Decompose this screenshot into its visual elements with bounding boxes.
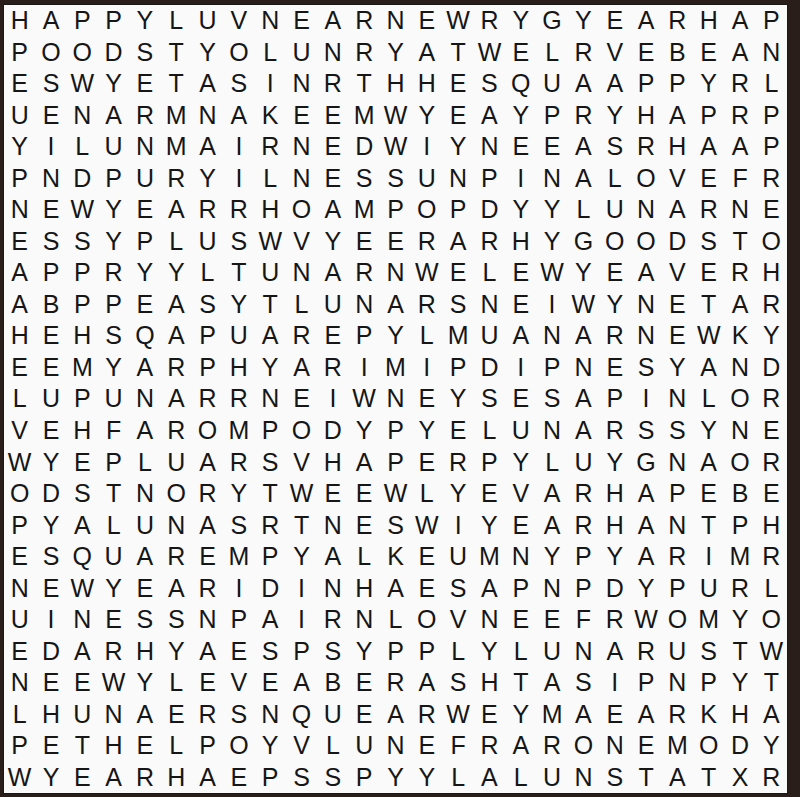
grid-cell[interactable]: Y — [693, 68, 724, 100]
grid-cell[interactable]: S — [286, 761, 317, 793]
grid-cell[interactable]: R — [662, 541, 693, 573]
grid-cell[interactable]: E — [693, 37, 724, 69]
grid-cell[interactable]: A — [568, 163, 599, 195]
grid-cell[interactable]: S — [442, 289, 473, 321]
grid-cell[interactable]: E — [474, 478, 505, 510]
grid-cell[interactable]: S — [380, 163, 411, 195]
grid-cell[interactable]: R — [161, 541, 192, 573]
grid-cell[interactable]: Y — [129, 667, 160, 699]
grid-cell[interactable]: D — [35, 478, 66, 510]
grid-cell[interactable]: U — [192, 5, 223, 37]
grid-cell[interactable]: A — [98, 100, 129, 132]
grid-cell[interactable]: S — [35, 541, 66, 573]
grid-cell[interactable]: Y — [98, 68, 129, 100]
grid-cell[interactable]: L — [442, 761, 473, 793]
grid-cell[interactable]: A — [286, 667, 317, 699]
grid-cell[interactable]: K — [380, 541, 411, 573]
grid-cell[interactable]: N — [380, 257, 411, 289]
grid-cell[interactable]: R — [223, 194, 254, 226]
grid-cell[interactable]: E — [129, 194, 160, 226]
grid-cell[interactable]: E — [599, 698, 630, 730]
grid-cell[interactable]: L — [98, 509, 129, 541]
grid-cell[interactable]: A — [474, 761, 505, 793]
grid-cell[interactable]: N — [630, 194, 661, 226]
grid-cell[interactable]: L — [505, 761, 536, 793]
grid-cell[interactable]: Y — [380, 320, 411, 352]
grid-cell[interactable]: A — [630, 478, 661, 510]
grid-cell[interactable]: W — [4, 761, 35, 793]
grid-cell[interactable]: P — [67, 383, 98, 415]
grid-cell[interactable]: O — [724, 446, 755, 478]
grid-cell[interactable]: R — [568, 478, 599, 510]
grid-cell[interactable]: W — [380, 478, 411, 510]
grid-cell[interactable]: O — [286, 415, 317, 447]
grid-cell[interactable]: P — [35, 257, 66, 289]
grid-cell[interactable]: N — [129, 478, 160, 510]
grid-cell[interactable]: N — [568, 635, 599, 667]
grid-cell[interactable]: W — [693, 320, 724, 352]
grid-cell[interactable]: W — [67, 194, 98, 226]
grid-cell[interactable]: L — [411, 478, 442, 510]
grid-cell[interactable]: I — [536, 289, 567, 321]
grid-cell[interactable]: P — [129, 226, 160, 258]
grid-cell[interactable]: N — [568, 352, 599, 384]
grid-cell[interactable]: U — [35, 383, 66, 415]
grid-cell[interactable]: P — [568, 541, 599, 573]
grid-cell[interactable]: B — [662, 37, 693, 69]
grid-cell[interactable]: U — [161, 446, 192, 478]
grid-cell[interactable]: R — [630, 635, 661, 667]
grid-cell[interactable]: L — [349, 541, 380, 573]
grid-cell[interactable]: P — [693, 100, 724, 132]
grid-cell[interactable]: A — [317, 194, 348, 226]
grid-cell[interactable]: N — [474, 604, 505, 636]
grid-cell[interactable]: N — [255, 5, 286, 37]
grid-cell[interactable]: E — [756, 415, 787, 447]
grid-cell[interactable]: E — [536, 131, 567, 163]
grid-cell[interactable]: Y — [223, 478, 254, 510]
grid-cell[interactable]: L — [129, 446, 160, 478]
grid-cell[interactable]: L — [317, 730, 348, 762]
grid-cell[interactable]: S — [35, 226, 66, 258]
grid-cell[interactable]: H — [35, 698, 66, 730]
grid-cell[interactable]: P — [380, 194, 411, 226]
grid-cell[interactable]: A — [317, 541, 348, 573]
grid-cell[interactable]: H — [630, 100, 661, 132]
grid-cell[interactable]: A — [380, 289, 411, 321]
grid-cell[interactable]: E — [349, 478, 380, 510]
grid-cell[interactable]: U — [442, 541, 473, 573]
grid-cell[interactable]: N — [380, 730, 411, 762]
grid-cell[interactable]: R — [317, 68, 348, 100]
grid-cell[interactable]: G — [568, 226, 599, 258]
grid-cell[interactable]: E — [4, 226, 35, 258]
grid-cell[interactable]: L — [286, 289, 317, 321]
grid-cell[interactable]: U — [536, 635, 567, 667]
grid-cell[interactable]: N — [317, 509, 348, 541]
grid-cell[interactable]: D — [349, 131, 380, 163]
grid-cell[interactable]: L — [67, 131, 98, 163]
grid-cell[interactable]: N — [474, 131, 505, 163]
grid-cell[interactable]: E — [35, 572, 66, 604]
grid-cell[interactable]: I — [35, 604, 66, 636]
grid-cell[interactable]: N — [255, 383, 286, 415]
grid-cell[interactable]: R — [662, 5, 693, 37]
grid-cell[interactable]: E — [442, 68, 473, 100]
grid-cell[interactable]: E — [317, 163, 348, 195]
grid-cell[interactable]: O — [568, 730, 599, 762]
grid-cell[interactable]: P — [630, 667, 661, 699]
grid-cell[interactable]: W — [568, 289, 599, 321]
grid-cell[interactable]: R — [161, 415, 192, 447]
grid-cell[interactable]: F — [98, 415, 129, 447]
grid-cell[interactable]: U — [317, 698, 348, 730]
grid-cell[interactable]: F — [724, 163, 755, 195]
grid-cell[interactable]: Q — [67, 541, 98, 573]
grid-cell[interactable]: Y — [599, 289, 630, 321]
grid-cell[interactable]: W — [286, 478, 317, 510]
grid-cell[interactable]: N — [129, 131, 160, 163]
grid-cell[interactable]: Q — [505, 68, 536, 100]
grid-cell[interactable]: P — [662, 478, 693, 510]
grid-cell[interactable]: U — [536, 761, 567, 793]
grid-cell[interactable]: O — [693, 730, 724, 762]
grid-cell[interactable]: H — [756, 257, 787, 289]
grid-cell[interactable]: M — [724, 541, 755, 573]
grid-cell[interactable]: L — [693, 383, 724, 415]
grid-cell[interactable]: R — [724, 100, 755, 132]
grid-cell[interactable]: N — [380, 5, 411, 37]
grid-cell[interactable]: O — [161, 478, 192, 510]
grid-cell[interactable]: Y — [536, 226, 567, 258]
grid-cell[interactable]: R — [192, 478, 223, 510]
grid-cell[interactable]: Y — [98, 572, 129, 604]
grid-cell[interactable]: O — [4, 478, 35, 510]
grid-cell[interactable]: M — [442, 320, 473, 352]
grid-cell[interactable]: E — [35, 100, 66, 132]
grid-cell[interactable]: A — [286, 352, 317, 384]
grid-cell[interactable]: T — [693, 761, 724, 793]
grid-cell[interactable]: P — [568, 572, 599, 604]
grid-cell[interactable]: Y — [599, 100, 630, 132]
grid-cell[interactable]: I — [349, 352, 380, 384]
grid-cell[interactable]: O — [223, 730, 254, 762]
grid-cell[interactable]: E — [599, 5, 630, 37]
grid-cell[interactable]: U — [505, 415, 536, 447]
grid-cell[interactable]: P — [411, 635, 442, 667]
grid-cell[interactable]: Y — [630, 572, 661, 604]
grid-cell[interactable]: A — [411, 37, 442, 69]
grid-cell[interactable]: N — [192, 604, 223, 636]
grid-cell[interactable]: W — [380, 100, 411, 132]
grid-cell[interactable]: R — [474, 226, 505, 258]
grid-cell[interactable]: H — [724, 698, 755, 730]
grid-cell[interactable]: D — [474, 194, 505, 226]
grid-cell[interactable]: L — [411, 320, 442, 352]
grid-cell[interactable]: A — [192, 131, 223, 163]
grid-cell[interactable]: V — [223, 667, 254, 699]
grid-cell[interactable]: E — [662, 320, 693, 352]
grid-cell[interactable]: E — [67, 667, 98, 699]
grid-cell[interactable]: E — [286, 5, 317, 37]
grid-cell[interactable]: Y — [411, 100, 442, 132]
grid-cell[interactable]: E — [129, 572, 160, 604]
grid-cell[interactable]: E — [129, 289, 160, 321]
grid-cell[interactable]: U — [568, 446, 599, 478]
grid-cell[interactable]: E — [505, 289, 536, 321]
grid-cell[interactable]: E — [411, 383, 442, 415]
grid-cell[interactable]: S — [161, 604, 192, 636]
grid-cell[interactable]: D — [98, 37, 129, 69]
grid-cell[interactable]: L — [442, 635, 473, 667]
grid-cell[interactable]: E — [35, 320, 66, 352]
grid-cell[interactable]: W — [536, 257, 567, 289]
grid-cell[interactable]: N — [536, 415, 567, 447]
grid-cell[interactable]: H — [599, 509, 630, 541]
grid-cell[interactable]: N — [536, 163, 567, 195]
grid-cell[interactable]: Y — [349, 415, 380, 447]
grid-cell[interactable]: A — [568, 698, 599, 730]
grid-cell[interactable]: R — [756, 383, 787, 415]
grid-cell[interactable]: E — [129, 68, 160, 100]
grid-cell[interactable]: R — [349, 37, 380, 69]
grid-cell[interactable]: W — [4, 446, 35, 478]
grid-cell[interactable]: L — [255, 37, 286, 69]
grid-cell[interactable]: P — [349, 761, 380, 793]
grid-cell[interactable]: E — [317, 320, 348, 352]
grid-cell[interactable]: I — [442, 509, 473, 541]
grid-cell[interactable]: Y — [599, 446, 630, 478]
grid-cell[interactable]: A — [662, 761, 693, 793]
grid-cell[interactable]: H — [67, 320, 98, 352]
grid-cell[interactable]: L — [380, 604, 411, 636]
grid-cell[interactable]: U — [67, 698, 98, 730]
grid-cell[interactable]: H — [411, 68, 442, 100]
grid-cell[interactable]: H — [4, 5, 35, 37]
grid-cell[interactable]: E — [192, 667, 223, 699]
grid-cell[interactable]: S — [223, 226, 254, 258]
grid-cell[interactable]: A — [161, 289, 192, 321]
grid-cell[interactable]: R — [630, 131, 661, 163]
grid-cell[interactable]: P — [380, 635, 411, 667]
grid-cell[interactable]: E — [4, 635, 35, 667]
grid-cell[interactable]: Y — [505, 698, 536, 730]
grid-cell[interactable]: S — [693, 635, 724, 667]
grid-cell[interactable]: S — [317, 761, 348, 793]
grid-cell[interactable]: R — [98, 635, 129, 667]
grid-cell[interactable]: N — [536, 320, 567, 352]
grid-cell[interactable]: U — [255, 257, 286, 289]
grid-cell[interactable]: P — [380, 415, 411, 447]
grid-cell[interactable]: E — [317, 131, 348, 163]
grid-cell[interactable]: P — [349, 320, 380, 352]
grid-cell[interactable]: U — [599, 194, 630, 226]
grid-cell[interactable]: M — [474, 541, 505, 573]
grid-cell[interactable]: Y — [98, 226, 129, 258]
grid-cell[interactable]: R — [474, 730, 505, 762]
grid-cell[interactable]: Y — [223, 289, 254, 321]
grid-cell[interactable]: E — [317, 100, 348, 132]
grid-cell[interactable]: A — [161, 320, 192, 352]
grid-cell[interactable]: P — [756, 100, 787, 132]
grid-cell[interactable]: E — [756, 478, 787, 510]
grid-cell[interactable]: W — [411, 509, 442, 541]
grid-cell[interactable]: T — [724, 635, 755, 667]
grid-cell[interactable]: U — [317, 289, 348, 321]
grid-cell[interactable]: S — [129, 604, 160, 636]
grid-cell[interactable]: R — [161, 163, 192, 195]
grid-cell[interactable]: A — [317, 5, 348, 37]
grid-cell[interactable]: E — [67, 761, 98, 793]
grid-cell[interactable]: E — [411, 572, 442, 604]
grid-cell[interactable]: N — [286, 257, 317, 289]
grid-cell[interactable]: S — [255, 635, 286, 667]
grid-cell[interactable]: N — [192, 100, 223, 132]
grid-cell[interactable]: V — [286, 730, 317, 762]
grid-cell[interactable]: A — [380, 698, 411, 730]
grid-cell[interactable]: V — [286, 446, 317, 478]
grid-cell[interactable]: W — [442, 5, 473, 37]
grid-cell[interactable]: A — [568, 68, 599, 100]
grid-cell[interactable]: W — [255, 226, 286, 258]
grid-cell[interactable]: Y — [349, 635, 380, 667]
grid-cell[interactable]: R — [756, 446, 787, 478]
grid-cell[interactable]: M — [161, 131, 192, 163]
grid-cell[interactable]: E — [4, 68, 35, 100]
grid-cell[interactable]: D — [662, 226, 693, 258]
grid-cell[interactable]: A — [67, 509, 98, 541]
grid-cell[interactable]: Y — [599, 541, 630, 573]
grid-cell[interactable]: E — [35, 352, 66, 384]
grid-cell[interactable]: A — [536, 667, 567, 699]
grid-cell[interactable]: P — [67, 289, 98, 321]
grid-cell[interactable]: P — [599, 383, 630, 415]
grid-cell[interactable]: S — [380, 509, 411, 541]
grid-cell[interactable]: N — [286, 131, 317, 163]
grid-cell[interactable]: P — [442, 194, 473, 226]
grid-cell[interactable]: Y — [380, 37, 411, 69]
grid-cell[interactable]: N — [536, 572, 567, 604]
grid-cell[interactable]: L — [161, 5, 192, 37]
grid-cell[interactable]: D — [35, 635, 66, 667]
grid-cell[interactable]: R — [317, 604, 348, 636]
grid-cell[interactable]: R — [129, 100, 160, 132]
grid-cell[interactable]: K — [724, 320, 755, 352]
grid-cell[interactable]: N — [724, 352, 755, 384]
grid-cell[interactable]: R — [442, 446, 473, 478]
grid-cell[interactable]: S — [98, 320, 129, 352]
grid-cell[interactable]: Q — [129, 320, 160, 352]
grid-cell[interactable]: A — [474, 100, 505, 132]
grid-cell[interactable]: S — [349, 163, 380, 195]
grid-cell[interactable]: O — [192, 415, 223, 447]
grid-cell[interactable]: W — [474, 37, 505, 69]
grid-cell[interactable]: E — [505, 509, 536, 541]
grid-cell[interactable]: U — [98, 541, 129, 573]
grid-cell[interactable]: E — [693, 478, 724, 510]
grid-cell[interactable]: A — [129, 541, 160, 573]
grid-cell[interactable]: U — [411, 163, 442, 195]
grid-cell[interactable]: H — [693, 5, 724, 37]
grid-cell[interactable]: Y — [192, 163, 223, 195]
grid-cell[interactable]: U — [192, 226, 223, 258]
grid-cell[interactable]: E — [317, 478, 348, 510]
grid-cell[interactable]: O — [223, 37, 254, 69]
grid-cell[interactable]: R — [192, 383, 223, 415]
grid-cell[interactable]: Y — [192, 37, 223, 69]
grid-cell[interactable]: B — [35, 289, 66, 321]
grid-cell[interactable]: M — [349, 194, 380, 226]
grid-cell[interactable]: R — [599, 320, 630, 352]
grid-cell[interactable]: A — [599, 68, 630, 100]
grid-cell[interactable]: R — [411, 289, 442, 321]
grid-cell[interactable]: P — [756, 131, 787, 163]
grid-cell[interactable]: I — [223, 572, 254, 604]
grid-cell[interactable]: N — [568, 761, 599, 793]
grid-cell[interactable]: H — [599, 478, 630, 510]
grid-cell[interactable]: T — [161, 68, 192, 100]
grid-cell[interactable]: A — [724, 37, 755, 69]
grid-cell[interactable]: L — [756, 68, 787, 100]
grid-cell[interactable]: Y — [35, 761, 66, 793]
grid-cell[interactable]: R — [129, 761, 160, 793]
grid-cell[interactable]: L — [161, 226, 192, 258]
grid-cell[interactable]: U — [98, 131, 129, 163]
grid-cell[interactable]: Y — [161, 635, 192, 667]
grid-cell[interactable]: H — [67, 415, 98, 447]
grid-cell[interactable]: E — [380, 226, 411, 258]
grid-cell[interactable]: Y — [505, 100, 536, 132]
grid-cell[interactable]: U — [662, 635, 693, 667]
grid-cell[interactable]: S — [223, 68, 254, 100]
grid-cell[interactable]: P — [98, 5, 129, 37]
grid-cell[interactable]: E — [192, 541, 223, 573]
grid-cell[interactable]: L — [756, 572, 787, 604]
grid-cell[interactable]: H — [474, 667, 505, 699]
grid-cell[interactable]: V — [286, 226, 317, 258]
grid-cell[interactable]: Y — [98, 194, 129, 226]
grid-cell[interactable]: R — [192, 698, 223, 730]
grid-cell[interactable]: O — [67, 37, 98, 69]
grid-cell[interactable]: H — [505, 226, 536, 258]
grid-cell[interactable]: S — [223, 509, 254, 541]
grid-cell[interactable]: A — [349, 446, 380, 478]
grid-cell[interactable]: R — [756, 163, 787, 195]
grid-cell[interactable]: P — [98, 289, 129, 321]
grid-cell[interactable]: E — [505, 131, 536, 163]
grid-cell[interactable]: I — [411, 352, 442, 384]
grid-cell[interactable]: P — [662, 572, 693, 604]
grid-cell[interactable]: O — [411, 194, 442, 226]
grid-cell[interactable]: W — [349, 383, 380, 415]
grid-cell[interactable]: A — [568, 383, 599, 415]
grid-cell[interactable]: Y — [380, 761, 411, 793]
grid-cell[interactable]: A — [724, 5, 755, 37]
grid-cell[interactable]: M — [349, 100, 380, 132]
grid-cell[interactable]: S — [662, 415, 693, 447]
grid-cell[interactable]: A — [317, 257, 348, 289]
grid-cell[interactable]: P — [223, 604, 254, 636]
grid-cell[interactable]: I — [505, 163, 536, 195]
grid-cell[interactable]: R — [599, 604, 630, 636]
grid-cell[interactable]: L — [4, 383, 35, 415]
grid-cell[interactable]: O — [286, 194, 317, 226]
grid-cell[interactable]: T — [756, 667, 787, 699]
grid-cell[interactable]: W — [630, 604, 661, 636]
grid-cell[interactable]: N — [662, 383, 693, 415]
grid-cell[interactable]: S — [599, 131, 630, 163]
grid-cell[interactable]: N — [98, 698, 129, 730]
